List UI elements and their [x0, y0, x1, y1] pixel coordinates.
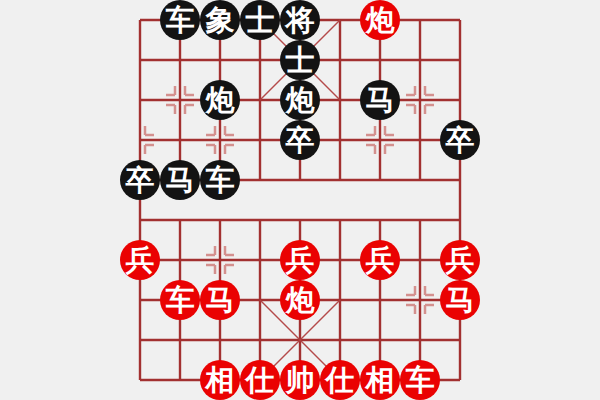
red-advisor-piece[interactable]: 仕: [240, 360, 280, 400]
red-cannon-piece[interactable]: 炮: [280, 280, 320, 320]
red-soldier-piece[interactable]: 兵: [440, 240, 480, 280]
black-cannon-piece[interactable]: 炮: [280, 80, 320, 120]
red-chariot-piece[interactable]: 车: [400, 360, 440, 400]
black-chariot-piece[interactable]: 车: [200, 160, 240, 200]
black-cannon-piece[interactable]: 炮: [200, 80, 240, 120]
black-general-piece[interactable]: 将: [280, 0, 320, 40]
xiangqi-board: 车象士将炮士炮炮马卒卒卒马车兵兵兵兵车马炮马相仕帅仕相车: [0, 0, 600, 400]
red-horse-piece[interactable]: 马: [440, 280, 480, 320]
pieces-layer: 车象士将炮士炮炮马卒卒卒马车兵兵兵兵车马炮马相仕帅仕相车: [0, 0, 600, 400]
red-elephant-piece[interactable]: 相: [200, 360, 240, 400]
red-advisor-piece[interactable]: 仕: [320, 360, 360, 400]
red-soldier-piece[interactable]: 兵: [360, 240, 400, 280]
black-chariot-piece[interactable]: 车: [160, 0, 200, 40]
black-soldier-piece[interactable]: 卒: [440, 120, 480, 160]
black-elephant-piece[interactable]: 象: [200, 0, 240, 40]
black-soldier-piece[interactable]: 卒: [280, 120, 320, 160]
red-horse-piece[interactable]: 马: [200, 280, 240, 320]
red-elephant-piece[interactable]: 相: [360, 360, 400, 400]
red-chariot-piece[interactable]: 车: [160, 280, 200, 320]
red-soldier-piece[interactable]: 兵: [120, 240, 160, 280]
black-soldier-piece[interactable]: 卒: [120, 160, 160, 200]
black-advisor-piece[interactable]: 士: [240, 0, 280, 40]
red-general-piece[interactable]: 帅: [280, 360, 320, 400]
black-advisor-piece[interactable]: 士: [280, 40, 320, 80]
black-horse-piece[interactable]: 马: [360, 80, 400, 120]
red-soldier-piece[interactable]: 兵: [280, 240, 320, 280]
red-cannon-piece[interactable]: 炮: [360, 0, 400, 40]
black-horse-piece[interactable]: 马: [160, 160, 200, 200]
